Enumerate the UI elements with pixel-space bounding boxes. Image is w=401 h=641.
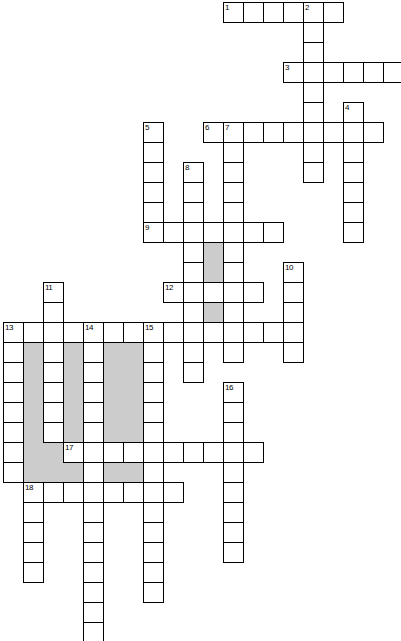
cell-r30-c4[interactable] <box>83 602 104 623</box>
cell-r8-c15[interactable] <box>303 162 324 183</box>
cell-r7-c17[interactable] <box>343 142 364 163</box>
clue-number-17: 17 <box>65 443 73 452</box>
clue-number-15: 15 <box>145 323 153 332</box>
cell-r24-c2[interactable] <box>43 482 64 503</box>
cell-r7-c15[interactable] <box>303 142 324 163</box>
cell-r15-c2[interactable] <box>43 302 64 323</box>
cell-r16-c5[interactable] <box>103 322 124 343</box>
blocked-cell-r22-c1 <box>23 442 44 463</box>
cell-r0-c15[interactable]: 2 <box>303 2 324 23</box>
cell-r20-c4[interactable] <box>83 402 104 423</box>
cell-r16-c14[interactable] <box>283 322 304 343</box>
cell-r24-c4[interactable] <box>83 482 104 503</box>
cell-r0-c12[interactable] <box>243 2 264 23</box>
cell-r11-c17[interactable] <box>343 222 364 243</box>
cell-r26-c4[interactable] <box>83 522 104 543</box>
cell-r21-c4[interactable] <box>83 422 104 443</box>
cell-r9-c7[interactable] <box>143 182 164 203</box>
cell-r9-c17[interactable] <box>343 182 364 203</box>
cell-r7-c7[interactable] <box>143 142 164 163</box>
cell-r24-c3[interactable] <box>63 482 84 503</box>
cell-r16-c12[interactable] <box>243 322 264 343</box>
blocked-cell-r21-c5 <box>103 422 124 443</box>
cell-r0-c16[interactable] <box>323 2 344 23</box>
blocked-cell-r21-c3 <box>63 422 84 443</box>
blocked-cell-r17-c1 <box>23 342 44 363</box>
blocked-cell-r15-c10 <box>203 302 224 323</box>
blocked-cell-r23-c2 <box>43 462 64 483</box>
cell-r3-c15[interactable] <box>303 62 324 83</box>
cell-r24-c11[interactable] <box>223 482 244 503</box>
cell-r11-c12[interactable] <box>243 222 264 243</box>
cell-r19-c2[interactable] <box>43 382 64 403</box>
cell-r17-c9[interactable] <box>183 342 204 363</box>
clue-number-9: 9 <box>145 223 149 232</box>
blocked-cell-r18-c3 <box>63 362 84 383</box>
cell-r14-c8[interactable]: 12 <box>163 282 184 303</box>
blocked-cell-r18-c5 <box>103 362 124 383</box>
cell-r23-c4[interactable] <box>83 462 104 483</box>
cell-r12-c9[interactable] <box>183 242 204 263</box>
cell-r16-c9[interactable] <box>183 322 204 343</box>
cell-r25-c1[interactable] <box>23 502 44 523</box>
cell-r6-c13[interactable] <box>263 122 284 143</box>
clue-number-11: 11 <box>45 283 52 292</box>
clue-number-18: 18 <box>25 483 33 492</box>
cell-r3-c16[interactable] <box>323 62 344 83</box>
cell-r14-c2[interactable]: 11 <box>43 282 64 303</box>
blocked-cell-r20-c3 <box>63 402 84 423</box>
cell-r10-c9[interactable] <box>183 202 204 223</box>
cell-r16-c13[interactable] <box>263 322 284 343</box>
cell-r26-c11[interactable] <box>223 522 244 543</box>
clue-number-14: 14 <box>85 323 93 332</box>
blocked-cell-r22-c2 <box>43 442 64 463</box>
cell-r6-c14[interactable] <box>283 122 304 143</box>
clue-number-5: 5 <box>145 123 149 132</box>
blocked-cell-r19-c3 <box>63 382 84 403</box>
cell-r22-c0[interactable] <box>3 442 24 463</box>
cell-r6-c17[interactable] <box>343 122 364 143</box>
cell-r20-c7[interactable] <box>143 402 164 423</box>
cell-r6-c16[interactable] <box>323 122 344 143</box>
cell-r6-c11[interactable]: 7 <box>223 122 244 143</box>
cell-r8-c9[interactable]: 8 <box>183 162 204 183</box>
blocked-cell-r23-c1 <box>23 462 44 483</box>
cell-r14-c9[interactable] <box>183 282 204 303</box>
cell-r12-c11[interactable] <box>223 242 244 263</box>
clue-number-1: 1 <box>225 3 229 12</box>
cell-r11-c7[interactable]: 9 <box>143 222 164 243</box>
cell-r3-c17[interactable] <box>343 62 364 83</box>
cell-r21-c7[interactable] <box>143 422 164 443</box>
cell-r19-c7[interactable] <box>143 382 164 403</box>
cell-r8-c11[interactable] <box>223 162 244 183</box>
cell-r15-c11[interactable] <box>223 302 244 323</box>
cell-r8-c17[interactable] <box>343 162 364 183</box>
cell-r16-c7[interactable]: 15 <box>143 322 164 343</box>
blocked-cell-r13-c10 <box>203 262 224 283</box>
cell-r24-c8[interactable] <box>163 482 184 503</box>
cell-r28-c4[interactable] <box>83 562 104 583</box>
cell-r22-c3[interactable]: 17 <box>63 442 84 463</box>
cell-r7-c11[interactable] <box>223 142 244 163</box>
crossword-board: 123456789101112131415161718 <box>0 0 401 641</box>
cell-r3-c18[interactable] <box>363 62 384 83</box>
cell-r24-c1[interactable]: 18 <box>23 482 44 503</box>
clue-number-8: 8 <box>185 163 189 172</box>
clue-number-13: 13 <box>5 323 13 332</box>
cell-r22-c8[interactable] <box>163 442 184 463</box>
cell-r18-c4[interactable] <box>83 362 104 383</box>
cell-r11-c8[interactable] <box>163 222 184 243</box>
cell-r23-c0[interactable] <box>3 462 24 483</box>
cell-r16-c0[interactable]: 13 <box>3 322 24 343</box>
cell-r14-c12[interactable] <box>243 282 264 303</box>
cell-r22-c7[interactable] <box>143 442 164 463</box>
cell-r25-c4[interactable] <box>83 502 104 523</box>
cell-r15-c14[interactable] <box>283 302 304 323</box>
cell-r22-c12[interactable] <box>243 442 264 463</box>
cell-r29-c7[interactable] <box>143 582 164 603</box>
cell-r1-c15[interactable] <box>303 22 324 43</box>
cell-r19-c11[interactable]: 16 <box>223 382 244 403</box>
cell-r23-c7[interactable] <box>143 462 164 483</box>
cell-r28-c7[interactable] <box>143 562 164 583</box>
cell-r22-c5[interactable] <box>103 442 124 463</box>
cell-r11-c9[interactable] <box>183 222 204 243</box>
cell-r25-c7[interactable] <box>143 502 164 523</box>
clue-number-7: 7 <box>225 123 229 132</box>
cell-r17-c0[interactable] <box>3 342 24 363</box>
cell-r13-c14[interactable]: 10 <box>283 262 304 283</box>
blocked-cell-r23-c6 <box>123 462 144 483</box>
cell-r6-c12[interactable] <box>243 122 264 143</box>
cell-r17-c14[interactable] <box>283 342 304 363</box>
cell-r14-c14[interactable] <box>283 282 304 303</box>
cell-r27-c11[interactable] <box>223 542 244 563</box>
cell-r16-c10[interactable] <box>203 322 224 343</box>
cell-r6-c7[interactable]: 5 <box>143 122 164 143</box>
cell-r14-c10[interactable] <box>203 282 224 303</box>
cell-r0-c11[interactable]: 1 <box>223 2 244 23</box>
blocked-cell-r20-c6 <box>123 402 144 423</box>
cell-r17-c11[interactable] <box>223 342 244 363</box>
cell-r17-c7[interactable] <box>143 342 164 363</box>
cell-r6-c18[interactable] <box>363 122 384 143</box>
blocked-cell-r18-c6 <box>123 362 144 383</box>
cell-r13-c11[interactable] <box>223 262 244 283</box>
cell-r22-c6[interactable] <box>123 442 144 463</box>
blocked-cell-r17-c5 <box>103 342 124 363</box>
cell-r20-c2[interactable] <box>43 402 64 423</box>
cell-r27-c7[interactable] <box>143 542 164 563</box>
cell-r25-c11[interactable] <box>223 502 244 523</box>
cell-r17-c4[interactable] <box>83 342 104 363</box>
cell-r20-c11[interactable] <box>223 402 244 423</box>
cell-r18-c9[interactable] <box>183 362 204 383</box>
blocked-cell-r19-c1 <box>23 382 44 403</box>
blocked-cell-r12-c10 <box>203 242 224 263</box>
cell-r0-c13[interactable] <box>263 2 284 23</box>
cell-r10-c17[interactable] <box>343 202 364 223</box>
clue-number-16: 16 <box>225 383 233 392</box>
cell-r5-c15[interactable] <box>303 102 324 123</box>
cell-r18-c0[interactable] <box>3 362 24 383</box>
cell-r11-c13[interactable] <box>263 222 284 243</box>
cell-r3-c19[interactable] <box>383 62 401 83</box>
blocked-cell-r18-c1 <box>23 362 44 383</box>
cell-r16-c6[interactable] <box>123 322 144 343</box>
cell-r16-c8[interactable] <box>163 322 184 343</box>
blocked-cell-r23-c3 <box>63 462 84 483</box>
cell-r24-c7[interactable] <box>143 482 164 503</box>
cell-r18-c2[interactable] <box>43 362 64 383</box>
cell-r9-c11[interactable] <box>223 182 244 203</box>
cell-r16-c3[interactable] <box>63 322 84 343</box>
blocked-cell-r17-c6 <box>123 342 144 363</box>
blocked-cell-r19-c5 <box>103 382 124 403</box>
cell-r10-c11[interactable] <box>223 202 244 223</box>
cell-r29-c4[interactable] <box>83 582 104 603</box>
cell-r20-c0[interactable] <box>3 402 24 423</box>
clue-number-3: 3 <box>285 63 289 72</box>
clue-number-6: 6 <box>205 123 209 132</box>
cell-r0-c14[interactable] <box>283 2 304 23</box>
cell-r26-c1[interactable] <box>23 522 44 543</box>
cell-r26-c7[interactable] <box>143 522 164 543</box>
blocked-cell-r21-c6 <box>123 422 144 443</box>
cell-r9-c9[interactable] <box>183 182 204 203</box>
blocked-cell-r19-c6 <box>123 382 144 403</box>
blocked-cell-r20-c5 <box>103 402 124 423</box>
cell-r6-c10[interactable]: 6 <box>203 122 224 143</box>
cell-r16-c1[interactable] <box>23 322 44 343</box>
cell-r24-c6[interactable] <box>123 482 144 503</box>
blocked-cell-r23-c5 <box>103 462 124 483</box>
clue-number-4: 4 <box>345 103 349 112</box>
cell-r28-c1[interactable] <box>23 562 44 583</box>
cell-r27-c4[interactable] <box>83 542 104 563</box>
cell-r21-c2[interactable] <box>43 422 64 443</box>
blocked-cell-r17-c3 <box>63 342 84 363</box>
blocked-cell-r21-c1 <box>23 422 44 443</box>
cell-r31-c4[interactable] <box>83 622 104 641</box>
cell-r16-c2[interactable] <box>43 322 64 343</box>
blocked-cell-r20-c1 <box>23 402 44 423</box>
cell-r4-c15[interactable] <box>303 82 324 103</box>
cell-r23-c11[interactable] <box>223 462 244 483</box>
clue-number-2: 2 <box>305 3 309 12</box>
cell-r19-c4[interactable] <box>83 382 104 403</box>
cell-r16-c11[interactable] <box>223 322 244 343</box>
cell-r5-c17[interactable]: 4 <box>343 102 364 123</box>
cell-r19-c0[interactable] <box>3 382 24 403</box>
cell-r3-c14[interactable]: 3 <box>283 62 304 83</box>
cell-r16-c4[interactable]: 14 <box>83 322 104 343</box>
cell-r22-c10[interactable] <box>203 442 224 463</box>
cell-r27-c1[interactable] <box>23 542 44 563</box>
clue-number-10: 10 <box>285 263 293 272</box>
cell-r15-c9[interactable] <box>183 302 204 323</box>
clue-number-12: 12 <box>165 283 173 292</box>
cell-r21-c11[interactable] <box>223 422 244 443</box>
cell-r22-c9[interactable] <box>183 442 204 463</box>
cell-r2-c15[interactable] <box>303 42 324 63</box>
cell-r10-c7[interactable] <box>143 202 164 223</box>
cell-r11-c10[interactable] <box>203 222 224 243</box>
cell-r22-c4[interactable] <box>83 442 104 463</box>
cell-r8-c7[interactable] <box>143 162 164 183</box>
cell-r21-c0[interactable] <box>3 422 24 443</box>
cell-r18-c7[interactable] <box>143 362 164 383</box>
cell-r11-c11[interactable] <box>223 222 244 243</box>
cell-r24-c5[interactable] <box>103 482 124 503</box>
cell-r13-c9[interactable] <box>183 262 204 283</box>
cell-r22-c11[interactable] <box>223 442 244 463</box>
cell-r14-c11[interactable] <box>223 282 244 303</box>
cell-r6-c15[interactable] <box>303 122 324 143</box>
crossword-page: 123456789101112131415161718 <box>0 0 401 641</box>
cell-r17-c2[interactable] <box>43 342 64 363</box>
